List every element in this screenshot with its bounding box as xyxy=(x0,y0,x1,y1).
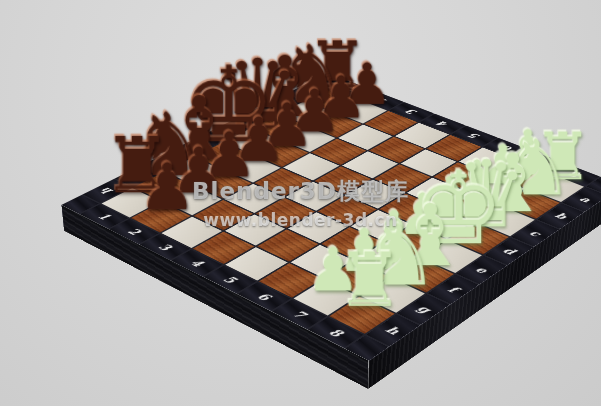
file-label-a-near-label: a xyxy=(577,195,593,203)
rank-label-6-near-label: 6 xyxy=(255,291,274,301)
file-label-c-near-label: c xyxy=(527,229,543,238)
rank-label-2-near-label: 2 xyxy=(125,227,143,236)
piece-brown-pawn-h2: ♟ xyxy=(138,156,196,220)
rank-label-7-near-label: 7 xyxy=(290,309,309,320)
file-label-g-near-label: g xyxy=(415,304,433,315)
file-label-h-near-label: h xyxy=(383,324,402,335)
chess-board: hgfedcba1♜♞♝♚♛♝♞♜12♟♟♟♟♟♟♟♟2334455667♟♟♟… xyxy=(61,73,601,360)
rank-label-4-near-label: 4 xyxy=(188,258,206,268)
render-backdrop: hgfedcba1♜♞♝♚♛♝♞♜12♟♟♟♟♟♟♟♟2334455667♟♟♟… xyxy=(0,0,601,406)
board-frame: hgfedcba1♜♞♝♚♛♝♞♜12♟♟♟♟♟♟♟♟2334455667♟♟♟… xyxy=(61,73,601,360)
rank-label-1-near-label: 1 xyxy=(95,212,112,221)
file-label-f-near-label: f xyxy=(446,285,461,294)
rank-label-8-near-label: 8 xyxy=(326,327,345,338)
piece-green-rook-h8: ♜ xyxy=(336,244,403,319)
rank-label-5-near-label: 5 xyxy=(221,274,239,284)
file-label-e-near-label: e xyxy=(473,265,490,275)
rank-label-4-far-label: 4 xyxy=(435,120,450,127)
rank-label-3-far-label: 3 xyxy=(404,108,419,115)
rank-label-3-near-label: 3 xyxy=(156,242,174,251)
file-label-b-near-label: b xyxy=(552,211,568,220)
chess-scene: hgfedcba1♜♞♝♚♛♝♞♜12♟♟♟♟♟♟♟♟2334455667♟♟♟… xyxy=(0,0,601,406)
